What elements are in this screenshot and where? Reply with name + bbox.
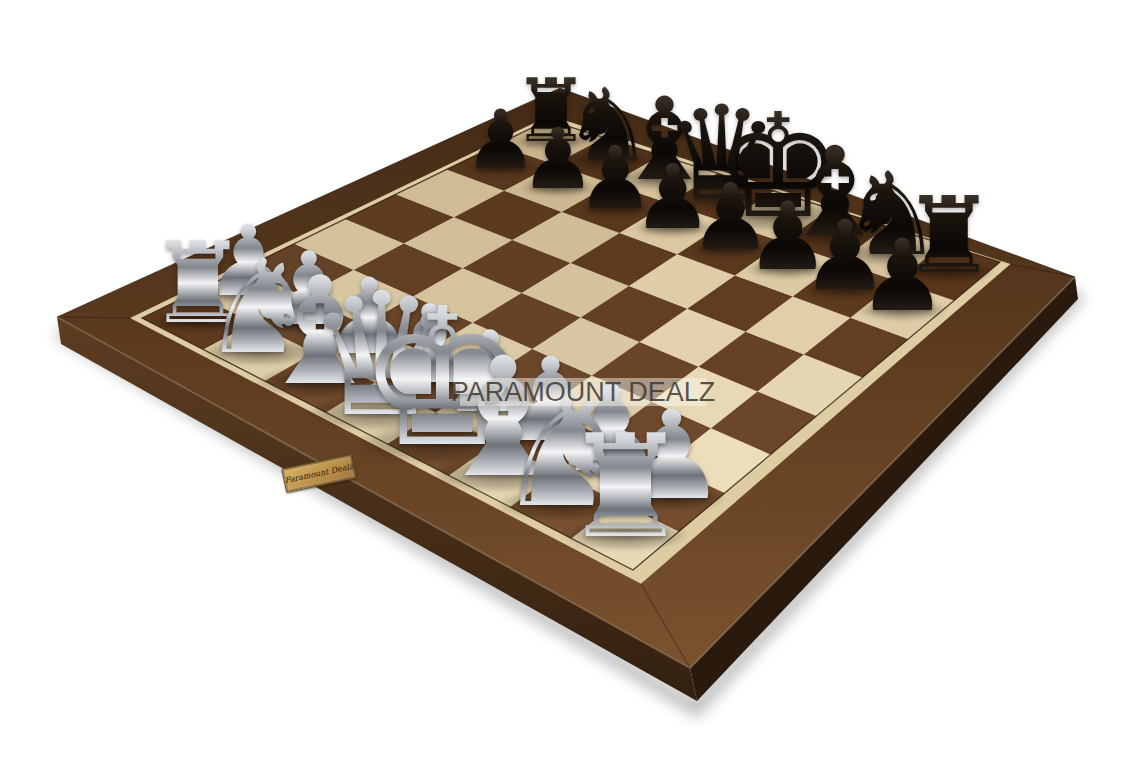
watermark-text: PARAMOUNT DEALZ (451, 377, 716, 408)
product-photo-chess-set: ♜♞♟♝♟♛♟♚♟♝♟♞♟♜♟♟♟♜♟♞♟♟♝♟♛♟♚♟♝♟♞♜ PARAMOU… (0, 0, 1140, 760)
watermark-band: PARAMOUNT DEALZ (460, 378, 706, 406)
